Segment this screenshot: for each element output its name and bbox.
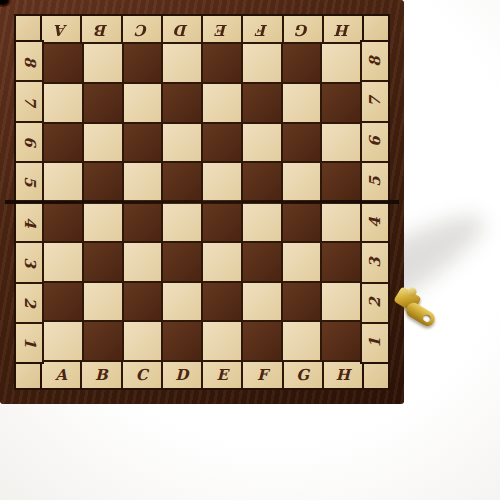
border-cell: 1 — [362, 324, 388, 362]
square-a2[interactable] — [44, 283, 82, 321]
square-g6[interactable] — [283, 124, 321, 162]
border-cell: D — [163, 362, 201, 388]
file-label: D — [175, 368, 188, 383]
square-e7[interactable] — [203, 84, 241, 122]
square-f5[interactable] — [243, 163, 281, 201]
square-b5[interactable] — [84, 163, 122, 201]
square-d5[interactable] — [163, 163, 201, 201]
border-cell: C — [123, 362, 161, 388]
square-e6[interactable] — [203, 124, 241, 162]
square-b2[interactable] — [84, 283, 122, 321]
photo-stage: ABCDEFGH ABCDEFGH 87654321 87654321 ♜♞♝♚… — [0, 0, 500, 500]
file-label: B — [95, 22, 108, 37]
square-e4[interactable] — [203, 203, 241, 241]
square-d7[interactable] — [163, 84, 201, 122]
square-b3[interactable] — [84, 243, 122, 281]
file-label: G — [296, 368, 309, 383]
file-labels-front-strip: ABCDEFGH — [42, 362, 362, 388]
square-e8[interactable] — [203, 44, 241, 82]
file-label: F — [257, 368, 268, 383]
border-cell: 1 — [16, 324, 42, 362]
border-cell: H — [324, 362, 362, 388]
square-e5[interactable] — [203, 163, 241, 201]
square-c5[interactable] — [124, 163, 162, 201]
border-corner-cell — [362, 16, 388, 42]
border-corner-cell — [16, 16, 42, 42]
rank-label: 2 — [368, 297, 383, 307]
square-c4[interactable] — [124, 203, 162, 241]
border-corner-cell — [16, 362, 42, 388]
border-cell: B — [82, 16, 120, 42]
border-cell: G — [284, 16, 322, 42]
square-a5[interactable] — [44, 163, 82, 201]
square-c2[interactable] — [124, 283, 162, 321]
square-h8[interactable] — [322, 44, 360, 82]
file-label: E — [216, 22, 227, 37]
border-cell: 5 — [362, 163, 388, 201]
rank-label: 7 — [368, 96, 383, 106]
fold-seam — [5, 200, 399, 204]
border-cell: F — [243, 16, 281, 42]
file-label: F — [257, 22, 268, 37]
border-cell: H — [324, 16, 362, 42]
square-h1[interactable] — [322, 322, 360, 360]
border-corner-cell — [362, 362, 388, 388]
square-f7[interactable] — [243, 84, 281, 122]
border-cell: 6 — [16, 123, 42, 161]
square-h2[interactable] — [322, 283, 360, 321]
square-f4[interactable] — [243, 203, 281, 241]
border-cell: B — [82, 362, 120, 388]
square-c1[interactable] — [124, 322, 162, 360]
file-labels-far-strip: ABCDEFGH — [42, 16, 362, 42]
border-cell: 3 — [16, 243, 42, 281]
square-a7[interactable] — [44, 84, 82, 122]
border-cell: D — [163, 16, 201, 42]
rank-label: 8 — [368, 56, 383, 66]
square-f1[interactable] — [243, 322, 281, 360]
file-label: A — [55, 22, 67, 37]
border-cell: 3 — [362, 243, 388, 281]
file-label: H — [336, 22, 350, 37]
square-d2[interactable] — [163, 283, 201, 321]
square-a3[interactable] — [44, 243, 82, 281]
square-a4[interactable] — [44, 203, 82, 241]
square-b6[interactable] — [84, 124, 122, 162]
rank-label: 1 — [368, 338, 383, 348]
border-cell: 2 — [362, 284, 388, 322]
border-cell: C — [123, 16, 161, 42]
file-label: G — [296, 22, 309, 37]
border-cell: 2 — [16, 284, 42, 322]
rank-label: 1 — [22, 338, 37, 348]
file-label: E — [216, 368, 227, 383]
border-cell: 6 — [362, 123, 388, 161]
border-cell: 8 — [362, 42, 388, 80]
rank-label: 6 — [368, 136, 383, 146]
rank-label: 3 — [368, 257, 383, 267]
square-b7[interactable] — [84, 84, 122, 122]
square-h5[interactable] — [322, 163, 360, 201]
file-label: A — [55, 368, 67, 383]
square-a8[interactable] — [44, 44, 82, 82]
rook-glyph: ♜ — [0, 0, 7, 2]
file-label: H — [336, 368, 350, 383]
border-cell: 8 — [16, 42, 42, 80]
border-cell: 7 — [362, 82, 388, 120]
square-g7[interactable] — [283, 84, 321, 122]
file-label: C — [136, 368, 148, 383]
chess-board: ABCDEFGH ABCDEFGH 87654321 87654321 — [0, 0, 404, 404]
square-f2[interactable] — [243, 283, 281, 321]
rank-label: 7 — [22, 96, 37, 106]
square-g8[interactable] — [283, 44, 321, 82]
square-d4[interactable] — [163, 203, 201, 241]
square-g3[interactable] — [283, 243, 321, 281]
square-g1[interactable] — [283, 322, 321, 360]
square-f8[interactable] — [243, 44, 281, 82]
rank-label: 5 — [368, 177, 383, 187]
square-c6[interactable] — [124, 124, 162, 162]
rank-label: 8 — [22, 56, 37, 66]
square-b1[interactable] — [84, 322, 122, 360]
border-cell: F — [243, 362, 281, 388]
border-cell: 7 — [16, 82, 42, 120]
square-d6[interactable] — [163, 124, 201, 162]
border-cell: 5 — [16, 163, 42, 201]
file-label: B — [95, 368, 108, 383]
square-d8[interactable] — [163, 44, 201, 82]
square-h7[interactable] — [322, 84, 360, 122]
rank-label: 2 — [22, 297, 37, 307]
border-cell: E — [203, 16, 241, 42]
rank-label: 6 — [22, 136, 37, 146]
square-h3[interactable] — [322, 243, 360, 281]
border-cell: 4 — [362, 203, 388, 241]
square-h4[interactable] — [322, 203, 360, 241]
square-d1[interactable] — [163, 322, 201, 360]
square-g2[interactable] — [283, 283, 321, 321]
border-cell: E — [203, 362, 241, 388]
border-cell: A — [42, 16, 80, 42]
square-g4[interactable] — [283, 203, 321, 241]
square-d3[interactable] — [163, 243, 201, 281]
rank-label: 4 — [368, 217, 383, 227]
square-e3[interactable] — [203, 243, 241, 281]
square-f3[interactable] — [243, 243, 281, 281]
square-e2[interactable] — [203, 283, 241, 321]
file-label: C — [136, 22, 148, 37]
border-cell: G — [284, 362, 322, 388]
square-e1[interactable] — [203, 322, 241, 360]
border-cell: 4 — [16, 203, 42, 241]
border-cell: A — [42, 362, 80, 388]
dark-rook-h1[interactable]: ♜ — [0, 0, 7, 2]
square-f6[interactable] — [243, 124, 281, 162]
square-b4[interactable] — [84, 203, 122, 241]
square-g5[interactable] — [283, 163, 321, 201]
square-a1[interactable] — [44, 322, 82, 360]
rank-label: 3 — [22, 257, 37, 267]
square-c3[interactable] — [124, 243, 162, 281]
file-label: D — [175, 22, 188, 37]
rank-label: 5 — [22, 177, 37, 187]
rank-label: 4 — [22, 217, 37, 227]
square-c8[interactable] — [124, 44, 162, 82]
square-c7[interactable] — [124, 84, 162, 122]
square-b8[interactable] — [84, 44, 122, 82]
square-a6[interactable] — [44, 124, 82, 162]
square-h6[interactable] — [322, 124, 360, 162]
